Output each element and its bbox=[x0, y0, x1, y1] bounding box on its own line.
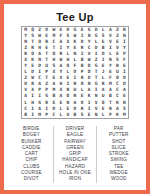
grid-cell[interactable]: M bbox=[36, 112, 43, 118]
word-search-grid: MQZDWEDGEGDLAZRYSWEMFSWINGSVZNNTORCAXKDY… bbox=[21, 26, 129, 119]
word-list: BIRDIEBOGEYBUNKERCADDIECARTCHIPCLUBSCOUR… bbox=[10, 126, 140, 183]
grid-cell[interactable]: P bbox=[107, 112, 114, 118]
grid-cell[interactable]: L bbox=[100, 112, 107, 118]
grid-cell[interactable]: B bbox=[22, 112, 29, 118]
word-list-column-2: DRIVEREAGLEFAIRWAYGREENGRIPHANDICAPHAZAR… bbox=[53, 126, 97, 183]
puzzle-card: Tee Up MQZDWEDGEGDLAZRYSWEMFSWINGSVZNNTO… bbox=[0, 0, 150, 194]
grid-cell[interactable]: C bbox=[50, 112, 57, 118]
grid-cell[interactable]: M bbox=[121, 112, 128, 118]
grid-cell[interactable]: B bbox=[71, 112, 78, 118]
word-list-column-3: PARPUTTERSHOTSLICESTROKESWINGTEEWEDGEWOO… bbox=[96, 126, 140, 183]
word-list-item[interactable]: DIVOT bbox=[10, 176, 53, 182]
grid-cell[interactable]: P bbox=[43, 112, 50, 118]
grid-cell[interactable]: U bbox=[64, 112, 71, 118]
grid-cell[interactable]: K bbox=[114, 112, 121, 118]
word-list-item[interactable]: IRON bbox=[54, 176, 97, 182]
grid-cell[interactable]: I bbox=[29, 112, 36, 118]
grid-cell[interactable]: E bbox=[86, 112, 93, 118]
word-list-column-1: BIRDIEBOGEYBUNKERCADDIECARTCHIPCLUBSCOUR… bbox=[10, 126, 53, 183]
grid-cell[interactable]: S bbox=[79, 112, 86, 118]
puzzle-title: Tee Up bbox=[4, 11, 146, 23]
word-list-item[interactable]: WOOD bbox=[97, 176, 140, 182]
grid-cell[interactable]: L bbox=[57, 112, 64, 118]
grid-cell[interactable]: N bbox=[93, 112, 100, 118]
